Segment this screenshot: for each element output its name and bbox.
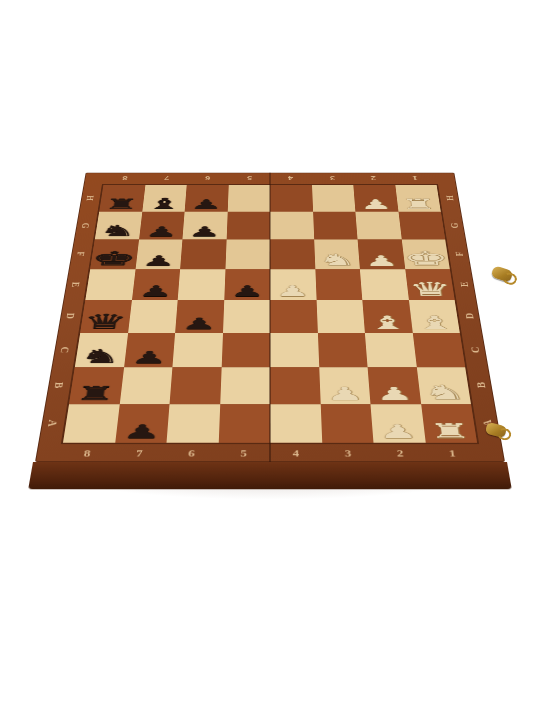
square-c2[interactable]	[365, 333, 416, 368]
square-g7[interactable]: ♟	[139, 212, 185, 240]
square-f3[interactable]: ♞	[314, 240, 360, 269]
coord-label-top-5: 5	[243, 174, 256, 182]
square-b6[interactable]	[170, 367, 222, 404]
coord-label-left-C: C	[57, 344, 73, 355]
coord-label-right-E: E	[457, 279, 472, 288]
piece-white-pawn-h2[interactable]: ♟	[360, 198, 393, 211]
square-a4[interactable]	[270, 404, 322, 443]
piece-white-knight-f3[interactable]: ♞	[317, 252, 356, 268]
square-e5[interactable]: ♟	[224, 269, 270, 300]
piece-black-pawn-g6[interactable]: ♟	[188, 225, 221, 239]
square-e6[interactable]	[178, 269, 225, 300]
square-b4[interactable]	[270, 367, 320, 404]
chessboard: ♜♝♟♟♜♞♟♟♚♟♞♟♚♟♟♟♛♛♟♝♝♞♟♜♟♟♞♟♟♜ HGFEDCBAH…	[35, 173, 505, 462]
piece-black-pawn-e7[interactable]: ♟	[137, 284, 173, 299]
square-d8[interactable]: ♛	[80, 300, 131, 333]
square-e8[interactable]	[85, 269, 135, 300]
piece-white-king-f1[interactable]: ♚	[402, 248, 450, 267]
piece-white-knight-b1[interactable]: ♞	[422, 382, 467, 402]
coord-label-left-H: H	[83, 194, 97, 202]
piece-white-pawn-b2[interactable]: ♟	[375, 385, 414, 403]
piece-black-bishop-h7[interactable]: ♝	[145, 196, 183, 211]
square-h1[interactable]: ♜	[395, 185, 441, 212]
square-c4[interactable]	[270, 333, 319, 368]
coord-label-right-H: H	[443, 194, 457, 202]
square-a6[interactable]	[167, 404, 220, 443]
coord-label-left-D: D	[62, 311, 78, 321]
piece-black-rook-b8[interactable]: ♜	[74, 383, 117, 402]
square-d4[interactable]	[270, 300, 317, 333]
square-a8[interactable]	[63, 404, 119, 443]
square-d2[interactable]: ♝	[362, 300, 412, 333]
square-b2[interactable]: ♟	[368, 367, 421, 404]
square-g1[interactable]	[398, 212, 445, 240]
square-g2[interactable]	[355, 212, 401, 240]
piece-black-queen-d8[interactable]: ♛	[81, 311, 129, 331]
coord-label-right-F: F	[452, 249, 467, 258]
square-a5[interactable]	[218, 404, 270, 443]
coord-label-top-4: 4	[284, 174, 297, 182]
square-e3[interactable]	[315, 269, 362, 300]
square-c7[interactable]: ♟	[124, 333, 175, 368]
square-h3[interactable]	[312, 185, 356, 212]
square-e7[interactable]: ♟	[132, 269, 181, 300]
board-fold-seam	[269, 173, 271, 462]
piece-black-pawn-e5[interactable]: ♟	[230, 284, 265, 299]
coord-label-left-F: F	[73, 249, 88, 258]
piece-white-pawn-f2[interactable]: ♟	[364, 254, 399, 268]
square-h8[interactable]: ♜	[99, 185, 145, 212]
coord-label-bottom-1: 1	[444, 447, 462, 459]
coord-label-right-G: G	[447, 221, 462, 230]
square-f7[interactable]: ♟	[135, 240, 182, 269]
coord-label-left-B: B	[50, 380, 67, 391]
piece-white-bishop-d2[interactable]: ♝	[367, 313, 409, 331]
square-a7[interactable]: ♟	[115, 404, 170, 443]
piece-white-rook-a1[interactable]: ♜	[427, 421, 472, 442]
coord-label-right-B: B	[473, 380, 490, 391]
square-e1[interactable]: ♛	[405, 269, 455, 300]
coord-label-top-1: 1	[408, 174, 422, 182]
square-e2[interactable]	[360, 269, 409, 300]
square-f4[interactable]	[270, 240, 315, 269]
coord-label-top-2: 2	[367, 174, 380, 182]
square-b5[interactable]	[220, 367, 270, 404]
piece-black-pawn-a7[interactable]: ♟	[121, 422, 161, 441]
piece-black-knight-c8[interactable]: ♞	[79, 347, 123, 366]
square-e4[interactable]: ♟	[270, 269, 316, 300]
square-h4[interactable]	[270, 185, 313, 212]
piece-white-bishop-d1[interactable]: ♝	[413, 313, 456, 331]
piece-black-pawn-h6[interactable]: ♟	[190, 198, 223, 211]
coord-label-right-C: C	[467, 344, 483, 355]
coord-label-top-3: 3	[325, 174, 338, 182]
square-h7[interactable]: ♝	[142, 185, 187, 212]
coord-label-bottom-6: 6	[183, 447, 200, 459]
coord-label-bottom-4: 4	[288, 447, 304, 459]
square-a3[interactable]	[320, 404, 373, 443]
coord-label-left-A: A	[44, 417, 62, 429]
square-c8[interactable]: ♞	[75, 333, 128, 368]
square-d7[interactable]	[128, 300, 178, 333]
coord-label-bottom-2: 2	[392, 447, 409, 459]
coord-label-right-D: D	[462, 311, 478, 321]
piece-black-pawn-f7[interactable]: ♟	[141, 254, 176, 268]
square-d1[interactable]: ♝	[408, 300, 459, 333]
coord-label-left-E: E	[68, 279, 83, 288]
piece-white-queen-e1[interactable]: ♛	[407, 280, 453, 299]
square-b1[interactable]: ♞	[416, 367, 471, 404]
piece-black-king-f8[interactable]: ♚	[90, 248, 138, 267]
coord-label-bottom-3: 3	[340, 447, 357, 459]
square-g3[interactable]	[313, 212, 358, 240]
square-f2[interactable]: ♟	[358, 240, 405, 269]
piece-black-pawn-g7[interactable]: ♟	[144, 225, 178, 239]
square-c5[interactable]	[221, 333, 270, 368]
coord-label-top-7: 7	[160, 174, 173, 182]
piece-white-pawn-b3[interactable]: ♟	[326, 385, 364, 403]
square-b7[interactable]	[119, 367, 172, 404]
coord-label-bottom-5: 5	[236, 447, 252, 459]
square-c1[interactable]	[412, 333, 465, 368]
square-d6[interactable]: ♟	[175, 300, 224, 333]
piece-black-pawn-c7[interactable]: ♟	[130, 349, 168, 366]
square-a1[interactable]: ♜	[421, 404, 477, 443]
square-g8[interactable]: ♞	[95, 212, 142, 240]
square-h2[interactable]: ♟	[353, 185, 398, 212]
square-f1[interactable]: ♚	[401, 240, 449, 269]
square-f8[interactable]: ♚	[90, 240, 138, 269]
square-h6[interactable]: ♟	[185, 185, 229, 212]
coord-label-top-8: 8	[118, 174, 132, 182]
square-b8[interactable]: ♜	[69, 367, 124, 404]
coord-label-bottom-8: 8	[78, 447, 96, 459]
square-g4[interactable]	[270, 212, 314, 240]
piece-black-knight-g8[interactable]: ♞	[98, 223, 137, 238]
coord-label-top-6: 6	[201, 174, 214, 182]
square-d5[interactable]	[223, 300, 270, 333]
square-g5[interactable]	[226, 212, 270, 240]
square-a2[interactable]: ♟	[370, 404, 425, 443]
chessboard-scene: ♜♝♟♟♜♞♟♟♚♟♞♟♚♟♟♟♛♛♟♝♝♞♟♜♟♟♞♟♟♜ HGFEDCBAH…	[35, 0, 505, 462]
piece-black-rook-h8[interactable]: ♜	[103, 197, 140, 211]
square-f5[interactable]	[225, 240, 270, 269]
coord-label-bottom-7: 7	[131, 447, 148, 459]
square-h5[interactable]	[227, 185, 270, 212]
square-g6[interactable]: ♟	[182, 212, 227, 240]
square-b3[interactable]: ♟	[319, 367, 371, 404]
piece-black-pawn-d6[interactable]: ♟	[181, 315, 217, 331]
square-c3[interactable]	[317, 333, 367, 368]
square-c6[interactable]	[172, 333, 222, 368]
piece-white-rook-h1[interactable]: ♜	[400, 197, 437, 211]
piece-white-pawn-e4[interactable]: ♟	[276, 284, 311, 299]
coord-label-left-G: G	[78, 221, 93, 230]
square-f6[interactable]	[180, 240, 226, 269]
square-d3[interactable]	[316, 300, 365, 333]
piece-white-pawn-a2[interactable]: ♟	[378, 422, 418, 441]
